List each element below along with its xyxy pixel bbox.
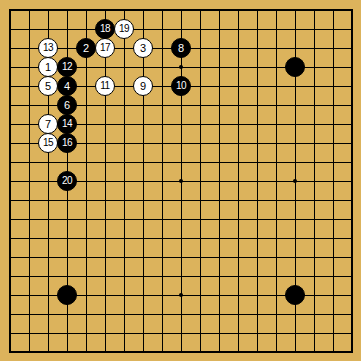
stone-black-8: 8: [171, 38, 191, 58]
stone-number: 8: [178, 43, 184, 54]
stone-black-2: 2: [76, 38, 96, 58]
stone-white-5: 5: [38, 76, 58, 96]
stone-number: 17: [100, 43, 110, 53]
stone-white-17: 17: [95, 38, 115, 58]
stone-white-3: 3: [133, 38, 153, 58]
stone-number: 20: [62, 176, 72, 186]
stone-black-20: 20: [57, 171, 77, 191]
stone-number: 4: [64, 81, 70, 92]
stone-black: [285, 285, 305, 305]
stone-number: 2: [83, 43, 89, 54]
stone-black: [285, 57, 305, 77]
stone-number: 13: [43, 43, 53, 53]
stone-number: 7: [45, 119, 51, 130]
stone-black-6: 6: [57, 95, 77, 115]
stone-white-15: 15: [38, 133, 58, 153]
stone-black-10: 10: [171, 76, 191, 96]
stone-white-13: 13: [38, 38, 58, 58]
stone-black-16: 16: [57, 133, 77, 153]
stone-number: 18: [100, 24, 110, 34]
stone-number: 5: [45, 81, 51, 92]
stone-black-4: 4: [57, 76, 77, 96]
stone-black-18: 18: [95, 19, 115, 39]
stone-white-19: 19: [114, 19, 134, 39]
star-point: [293, 179, 297, 183]
stone-number: 11: [100, 81, 109, 91]
stone-number: 16: [62, 138, 72, 148]
stone-white-1: 1: [38, 57, 58, 77]
stone-number: 10: [176, 81, 186, 91]
stone-black-12: 12: [57, 57, 77, 77]
stone-number: 15: [43, 138, 53, 148]
stone-number: 6: [64, 100, 70, 111]
stone-number: 1: [45, 62, 51, 73]
stone-black: [57, 285, 77, 305]
stone-number: 14: [62, 119, 72, 129]
stone-black-14: 14: [57, 114, 77, 134]
stone-white-9: 9: [133, 76, 153, 96]
star-point: [179, 179, 183, 183]
star-point: [179, 65, 183, 69]
star-point: [179, 293, 183, 297]
stone-number: 3: [140, 43, 146, 54]
stone-number: 9: [140, 81, 146, 92]
stone-number: 12: [62, 62, 72, 72]
stone-white-7: 7: [38, 114, 58, 134]
stone-number: 19: [119, 24, 129, 34]
go-board-diagram: 1234567891011121314151617181920: [0, 0, 361, 361]
stone-white-11: 11: [95, 76, 115, 96]
